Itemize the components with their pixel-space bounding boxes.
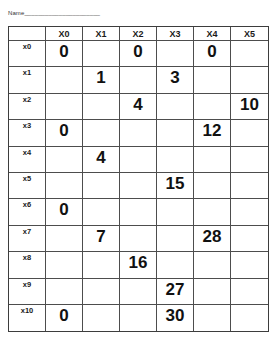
cell-x8-x2[interactable]: 16 xyxy=(120,252,157,278)
cell-x6-x5[interactable] xyxy=(231,199,268,225)
cell-x2-x0[interactable] xyxy=(46,94,83,120)
cell-x7-x2[interactable] xyxy=(120,226,157,252)
col-header-x4: X4 xyxy=(194,27,231,41)
corner-cell xyxy=(9,27,46,41)
cell-x9-x4[interactable] xyxy=(194,279,231,305)
col-header-x5: X5 xyxy=(231,27,268,41)
cell-x8-x0[interactable] xyxy=(46,252,83,278)
cell-x5-x5[interactable] xyxy=(231,173,268,199)
cell-x9-x5[interactable] xyxy=(231,279,268,305)
cell-x4-x2[interactable] xyxy=(120,147,157,173)
multiplication-grid: X0X1X2X3X4X5x0000x113x2410x3012x44x515x6… xyxy=(8,26,269,332)
cell-x4-x5[interactable] xyxy=(231,147,268,173)
cell-x3-x2[interactable] xyxy=(120,120,157,146)
cell-x4-x1[interactable]: 4 xyxy=(83,147,120,173)
row-header-x1: x1 xyxy=(9,67,46,93)
cell-x3-x4[interactable]: 12 xyxy=(194,120,231,146)
cell-x10-x1[interactable] xyxy=(83,305,120,331)
cell-x0-x3[interactable] xyxy=(157,41,194,67)
row-header-x10: x10 xyxy=(9,305,46,331)
cell-x8-x1[interactable] xyxy=(83,252,120,278)
row-header-x7: x7 xyxy=(9,226,46,252)
cell-x9-x1[interactable] xyxy=(83,279,120,305)
cell-x8-x4[interactable] xyxy=(194,252,231,278)
cell-x7-x1[interactable]: 7 xyxy=(83,226,120,252)
cell-x10-x3[interactable]: 30 xyxy=(157,305,194,331)
cell-x4-x3[interactable] xyxy=(157,147,194,173)
cell-x8-x5[interactable] xyxy=(231,252,268,278)
cell-x0-x5[interactable] xyxy=(231,41,268,67)
cell-x5-x2[interactable] xyxy=(120,173,157,199)
cell-x3-x0[interactable]: 0 xyxy=(46,120,83,146)
cell-x2-x3[interactable] xyxy=(157,94,194,120)
cell-x6-x2[interactable] xyxy=(120,199,157,225)
cell-x0-x1[interactable] xyxy=(83,41,120,67)
row-header-x8: x8 xyxy=(9,252,46,278)
cell-x10-x4[interactable] xyxy=(194,305,231,331)
cell-x9-x2[interactable] xyxy=(120,279,157,305)
col-header-x0: X0 xyxy=(46,27,83,41)
cell-x1-x2[interactable] xyxy=(120,67,157,93)
worksheet-page: Name______________________ X0X1X2X3X4X5x… xyxy=(0,0,270,350)
cell-x0-x4[interactable]: 0 xyxy=(194,41,231,67)
cell-x0-x2[interactable]: 0 xyxy=(120,41,157,67)
row-header-x0: x0 xyxy=(9,41,46,67)
cell-x10-x5[interactable] xyxy=(231,305,268,331)
row-header-x3: x3 xyxy=(9,120,46,146)
cell-x7-x4[interactable]: 28 xyxy=(194,226,231,252)
cell-x1-x3[interactable]: 3 xyxy=(157,67,194,93)
cell-x5-x3[interactable]: 15 xyxy=(157,173,194,199)
cell-x5-x4[interactable] xyxy=(194,173,231,199)
cell-x9-x0[interactable] xyxy=(46,279,83,305)
cell-x1-x4[interactable] xyxy=(194,67,231,93)
cell-x1-x0[interactable] xyxy=(46,67,83,93)
cell-x6-x3[interactable] xyxy=(157,199,194,225)
cell-x10-x2[interactable] xyxy=(120,305,157,331)
row-header-x9: x9 xyxy=(9,279,46,305)
cell-x3-x5[interactable] xyxy=(231,120,268,146)
row-header-x5: x5 xyxy=(9,173,46,199)
cell-x7-x3[interactable] xyxy=(157,226,194,252)
name-blank-line: Name______________________ xyxy=(8,10,100,16)
col-header-x3: X3 xyxy=(157,27,194,41)
cell-x5-x0[interactable] xyxy=(46,173,83,199)
cell-x9-x3[interactable]: 27 xyxy=(157,279,194,305)
cell-x1-x1[interactable]: 1 xyxy=(83,67,120,93)
cell-x0-x0[interactable]: 0 xyxy=(46,41,83,67)
cell-x10-x0[interactable]: 0 xyxy=(46,305,83,331)
row-header-x2: x2 xyxy=(9,94,46,120)
cell-x6-x4[interactable] xyxy=(194,199,231,225)
cell-x1-x5[interactable] xyxy=(231,67,268,93)
cell-x4-x4[interactable] xyxy=(194,147,231,173)
row-header-x4: x4 xyxy=(9,147,46,173)
cell-x6-x0[interactable]: 0 xyxy=(46,199,83,225)
col-header-x1: X1 xyxy=(83,27,120,41)
cell-x2-x2[interactable]: 4 xyxy=(120,94,157,120)
cell-x8-x3[interactable] xyxy=(157,252,194,278)
cell-x2-x4[interactable] xyxy=(194,94,231,120)
cell-x3-x1[interactable] xyxy=(83,120,120,146)
col-header-x2: X2 xyxy=(120,27,157,41)
cell-x7-x0[interactable] xyxy=(46,226,83,252)
cell-x6-x1[interactable] xyxy=(83,199,120,225)
cell-x4-x0[interactable] xyxy=(46,147,83,173)
cell-x2-x1[interactable] xyxy=(83,94,120,120)
cell-x3-x3[interactable] xyxy=(157,120,194,146)
row-header-x6: x6 xyxy=(9,199,46,225)
cell-x7-x5[interactable] xyxy=(231,226,268,252)
cell-x2-x5[interactable]: 10 xyxy=(231,94,268,120)
cell-x5-x1[interactable] xyxy=(83,173,120,199)
